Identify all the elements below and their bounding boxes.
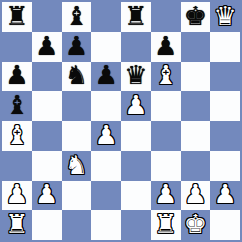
square-d5[interactable] — [91, 91, 121, 121]
white-bishop-icon: ♝ — [5, 122, 28, 148]
white-rook-icon: ♜ — [5, 211, 28, 237]
black-pawn-icon: ♟ — [5, 62, 28, 88]
black-rook-icon: ♜ — [5, 3, 28, 29]
white-pawn-icon: ♟ — [35, 181, 58, 207]
square-f3[interactable] — [151, 151, 181, 181]
square-a8[interactable]: ♜ — [2, 2, 32, 32]
white-king-icon: ♚ — [184, 211, 207, 237]
black-pawn-icon: ♟ — [94, 62, 117, 88]
white-rook-icon: ♜ — [154, 211, 177, 237]
square-g6[interactable] — [181, 62, 211, 92]
black-bishop-icon: ♝ — [5, 92, 28, 118]
square-e7[interactable] — [121, 32, 151, 62]
square-f4[interactable] — [151, 121, 181, 151]
square-a2[interactable]: ♟ — [2, 181, 32, 211]
white-queen-icon: ♛ — [213, 3, 236, 29]
square-b6[interactable] — [32, 62, 62, 92]
square-e4[interactable] — [121, 121, 151, 151]
square-e6[interactable]: ♛ — [121, 62, 151, 92]
square-c6[interactable]: ♞ — [62, 62, 92, 92]
square-d7[interactable] — [91, 32, 121, 62]
square-a1[interactable]: ♜ — [2, 210, 32, 240]
square-a6[interactable]: ♟ — [2, 62, 32, 92]
square-h8[interactable]: ♛ — [210, 2, 240, 32]
black-rook-icon: ♜ — [124, 3, 147, 29]
square-e1[interactable] — [121, 210, 151, 240]
square-f2[interactable]: ♟ — [151, 181, 181, 211]
white-pawn-icon: ♟ — [184, 181, 207, 207]
square-c8[interactable]: ♝ — [62, 2, 92, 32]
square-a3[interactable] — [2, 151, 32, 181]
square-f5[interactable] — [151, 91, 181, 121]
square-b1[interactable] — [32, 210, 62, 240]
black-bishop-icon: ♝ — [65, 3, 88, 29]
square-h5[interactable] — [210, 91, 240, 121]
square-d4[interactable]: ♟ — [91, 121, 121, 151]
square-g8[interactable]: ♚ — [181, 2, 211, 32]
square-h1[interactable] — [210, 210, 240, 240]
square-b8[interactable] — [32, 2, 62, 32]
square-f7[interactable]: ♟ — [151, 32, 181, 62]
square-c5[interactable] — [62, 91, 92, 121]
square-b3[interactable] — [32, 151, 62, 181]
square-b7[interactable]: ♟ — [32, 32, 62, 62]
square-g5[interactable] — [181, 91, 211, 121]
square-g7[interactable] — [181, 32, 211, 62]
square-c7[interactable]: ♟ — [62, 32, 92, 62]
square-b2[interactable]: ♟ — [32, 181, 62, 211]
square-g2[interactable]: ♟ — [181, 181, 211, 211]
square-c1[interactable] — [62, 210, 92, 240]
square-h7[interactable] — [210, 32, 240, 62]
square-f1[interactable]: ♜ — [151, 210, 181, 240]
square-a7[interactable] — [2, 32, 32, 62]
chess-board: ♜♝♜♚♛♟♟♟♟♞♟♛♝♝♟♝♟♞♟♟♟♟♟♜♜♚ — [0, 0, 242, 242]
square-f6[interactable]: ♝ — [151, 62, 181, 92]
square-e5[interactable]: ♟ — [121, 91, 151, 121]
square-e8[interactable]: ♜ — [121, 2, 151, 32]
square-c4[interactable] — [62, 121, 92, 151]
square-a4[interactable]: ♝ — [2, 121, 32, 151]
square-h4[interactable] — [210, 121, 240, 151]
square-d1[interactable] — [91, 210, 121, 240]
square-a5[interactable]: ♝ — [2, 91, 32, 121]
square-c2[interactable] — [62, 181, 92, 211]
square-g3[interactable] — [181, 151, 211, 181]
white-pawn-icon: ♟ — [154, 181, 177, 207]
square-d3[interactable] — [91, 151, 121, 181]
square-f8[interactable] — [151, 2, 181, 32]
square-d8[interactable] — [91, 2, 121, 32]
black-pawn-icon: ♟ — [154, 33, 177, 59]
square-b4[interactable] — [32, 121, 62, 151]
square-c3[interactable]: ♞ — [62, 151, 92, 181]
white-pawn-icon: ♟ — [5, 181, 28, 207]
square-g1[interactable]: ♚ — [181, 210, 211, 240]
black-pawn-icon: ♟ — [65, 33, 88, 59]
black-pawn-icon: ♟ — [35, 33, 58, 59]
black-queen-icon: ♛ — [124, 62, 147, 88]
white-pawn-icon: ♟ — [94, 122, 117, 148]
white-pawn-icon: ♟ — [124, 92, 147, 118]
square-e3[interactable] — [121, 151, 151, 181]
square-d6[interactable]: ♟ — [91, 62, 121, 92]
square-h6[interactable] — [210, 62, 240, 92]
square-h2[interactable]: ♟ — [210, 181, 240, 211]
square-d2[interactable] — [91, 181, 121, 211]
square-h3[interactable] — [210, 151, 240, 181]
square-g4[interactable] — [181, 121, 211, 151]
square-b5[interactable] — [32, 91, 62, 121]
black-knight-icon: ♞ — [65, 62, 88, 88]
black-king-icon: ♚ — [184, 3, 207, 29]
white-bishop-icon: ♝ — [154, 62, 177, 88]
square-e2[interactable] — [121, 181, 151, 211]
white-knight-icon: ♞ — [65, 152, 88, 178]
white-pawn-icon: ♟ — [213, 181, 236, 207]
